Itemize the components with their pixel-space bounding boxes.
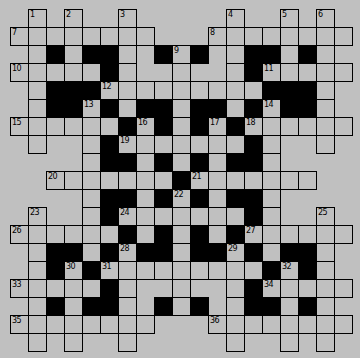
cell-r6c17[interactable] bbox=[316, 117, 335, 136]
clue-number-36: 36 bbox=[210, 316, 219, 325]
block-cell-r10c13 bbox=[244, 189, 263, 208]
cell-r12c4[interactable] bbox=[82, 225, 101, 244]
block-cell-r14c4 bbox=[82, 261, 101, 280]
clue-number-20: 20 bbox=[48, 172, 57, 181]
cell-r3c2[interactable] bbox=[46, 63, 65, 82]
cell-r4c12[interactable] bbox=[226, 81, 245, 100]
cell-r12c2[interactable] bbox=[46, 225, 65, 244]
cell-r1c11[interactable]: 8 bbox=[208, 27, 227, 46]
cell-r17c3[interactable] bbox=[64, 315, 83, 334]
block-cell-r4c14 bbox=[262, 81, 281, 100]
block-cell-r12c6 bbox=[118, 225, 137, 244]
cell-r7c7[interactable] bbox=[136, 135, 155, 154]
block-cell-r3c5 bbox=[100, 63, 119, 82]
cell-r12c14[interactable] bbox=[262, 225, 281, 244]
block-cell-r5c11 bbox=[208, 99, 227, 118]
cell-r2c15[interactable] bbox=[280, 45, 299, 64]
cell-r11c8[interactable] bbox=[154, 207, 173, 226]
cell-r5c1[interactable] bbox=[28, 99, 47, 118]
block-cell-r4c2 bbox=[46, 81, 65, 100]
cell-r4c1[interactable] bbox=[28, 81, 47, 100]
block-cell-r12c10 bbox=[190, 225, 209, 244]
block-cell-r11c5 bbox=[100, 207, 119, 226]
block-cell-r8c13 bbox=[244, 153, 263, 172]
cell-r15c3[interactable] bbox=[64, 279, 83, 298]
block-cell-r5c16 bbox=[298, 99, 317, 118]
block-cell-r4c16 bbox=[298, 81, 317, 100]
cell-r12c18[interactable] bbox=[334, 225, 353, 244]
cell-r7c17[interactable] bbox=[316, 135, 335, 154]
block-cell-r11c13 bbox=[244, 207, 263, 226]
block-cell-r5c15 bbox=[280, 99, 299, 118]
cell-r7c6[interactable]: 19 bbox=[118, 135, 137, 154]
cell-r9c7[interactable] bbox=[136, 171, 155, 190]
cell-r3c6[interactable] bbox=[118, 63, 137, 82]
block-cell-r16c14 bbox=[262, 297, 281, 316]
cell-r5c14[interactable]: 14 bbox=[262, 99, 281, 118]
block-cell-r10c5 bbox=[100, 189, 119, 208]
cell-r1c14[interactable] bbox=[262, 27, 281, 46]
block-cell-r10c12 bbox=[226, 189, 245, 208]
cell-r14c5[interactable]: 31 bbox=[100, 261, 119, 280]
block-cell-r12c12 bbox=[226, 225, 245, 244]
clue-number-12: 12 bbox=[102, 82, 111, 91]
block-cell-r16c2 bbox=[46, 297, 65, 316]
cell-r3c9[interactable] bbox=[172, 63, 191, 82]
cell-r14c10[interactable] bbox=[190, 261, 209, 280]
clue-number-33: 33 bbox=[12, 280, 21, 289]
cell-r4c10[interactable] bbox=[190, 81, 209, 100]
cell-r10c14[interactable] bbox=[262, 189, 281, 208]
block-cell-r13c3 bbox=[64, 243, 83, 262]
block-cell-r10c10 bbox=[190, 189, 209, 208]
cell-r16c3[interactable] bbox=[64, 297, 83, 316]
cell-r12c0[interactable]: 26 bbox=[10, 225, 29, 244]
cell-r8c11[interactable] bbox=[208, 153, 227, 172]
cell-r11c4[interactable] bbox=[82, 207, 101, 226]
cell-r6c2[interactable] bbox=[46, 117, 65, 136]
cell-r3c4[interactable] bbox=[82, 63, 101, 82]
cell-r11c14[interactable] bbox=[262, 207, 281, 226]
block-cell-r8c5 bbox=[100, 153, 119, 172]
cell-r0c17[interactable]: 6 bbox=[316, 9, 335, 28]
cell-r0c12[interactable]: 4 bbox=[226, 9, 245, 28]
cell-r6c13[interactable]: 18 bbox=[244, 117, 263, 136]
clue-number-8: 8 bbox=[210, 28, 215, 37]
block-cell-r6c6 bbox=[118, 117, 137, 136]
cell-r13c4[interactable] bbox=[82, 243, 101, 262]
block-cell-r7c13 bbox=[244, 135, 263, 154]
cell-r5c17[interactable] bbox=[316, 99, 335, 118]
block-cell-r5c7 bbox=[136, 99, 155, 118]
cell-r1c4[interactable] bbox=[82, 27, 101, 46]
cell-r17c5[interactable] bbox=[100, 315, 119, 334]
block-cell-r2c4 bbox=[82, 45, 101, 64]
cell-r11c10[interactable] bbox=[190, 207, 209, 226]
cell-r18c6[interactable] bbox=[118, 333, 137, 352]
block-cell-r5c10 bbox=[190, 99, 209, 118]
cell-r9c11[interactable] bbox=[208, 171, 227, 190]
cell-r1c2[interactable] bbox=[46, 27, 65, 46]
clue-number-32: 32 bbox=[282, 262, 291, 271]
cell-r3c16[interactable] bbox=[298, 63, 317, 82]
cell-r18c3[interactable] bbox=[64, 333, 83, 352]
cell-r14c11[interactable] bbox=[208, 261, 227, 280]
block-cell-r5c3 bbox=[64, 99, 83, 118]
cell-r14c6[interactable] bbox=[118, 261, 137, 280]
cell-r9c16[interactable] bbox=[298, 171, 317, 190]
clue-number-23: 23 bbox=[30, 208, 39, 217]
cell-r7c9[interactable] bbox=[172, 135, 191, 154]
cell-r5c9[interactable] bbox=[172, 99, 191, 118]
cell-r3c0[interactable]: 10 bbox=[10, 63, 29, 82]
cell-r13c9[interactable] bbox=[172, 243, 191, 262]
block-cell-r12c8 bbox=[154, 225, 173, 244]
cell-r9c14[interactable] bbox=[262, 171, 281, 190]
cell-r15c2[interactable] bbox=[46, 279, 65, 298]
cell-r11c7[interactable] bbox=[136, 207, 155, 226]
cell-r4c9[interactable] bbox=[172, 81, 191, 100]
cell-r9c15[interactable] bbox=[280, 171, 299, 190]
cell-r11c12[interactable] bbox=[226, 207, 245, 226]
cell-r17c7[interactable] bbox=[136, 315, 155, 334]
clue-number-10: 10 bbox=[12, 64, 21, 73]
cell-r5c6[interactable] bbox=[118, 99, 137, 118]
cell-r16c1[interactable] bbox=[28, 297, 47, 316]
cell-r3c15[interactable] bbox=[280, 63, 299, 82]
cell-r1c0[interactable]: 7 bbox=[10, 27, 29, 46]
cell-r15c18[interactable] bbox=[334, 279, 353, 298]
block-cell-r13c16 bbox=[298, 243, 317, 262]
cell-r7c10[interactable] bbox=[190, 135, 209, 154]
clue-number-28: 28 bbox=[120, 244, 129, 253]
cell-r18c15[interactable] bbox=[280, 333, 299, 352]
cell-r6c1[interactable] bbox=[28, 117, 47, 136]
clue-number-26: 26 bbox=[12, 226, 21, 235]
cell-r17c2[interactable] bbox=[46, 315, 65, 334]
cell-r17c11[interactable]: 36 bbox=[208, 315, 227, 334]
cell-r6c7[interactable]: 16 bbox=[136, 117, 155, 136]
cell-r14c3[interactable]: 30 bbox=[64, 261, 83, 280]
clue-number-22: 22 bbox=[174, 190, 183, 199]
cell-r12c11[interactable] bbox=[208, 225, 227, 244]
cell-r17c4[interactable] bbox=[82, 315, 101, 334]
cell-r6c9[interactable] bbox=[172, 117, 191, 136]
clue-number-13: 13 bbox=[84, 100, 93, 109]
cell-r3c1[interactable] bbox=[28, 63, 47, 82]
cell-r14c13[interactable] bbox=[244, 261, 263, 280]
cell-r2c17[interactable] bbox=[316, 45, 335, 64]
cell-r9c10[interactable]: 21 bbox=[190, 171, 209, 190]
clue-number-19: 19 bbox=[120, 136, 129, 145]
block-cell-r2c8 bbox=[154, 45, 173, 64]
block-cell-r16c13 bbox=[244, 297, 263, 316]
cell-r4c5[interactable]: 12 bbox=[100, 81, 119, 100]
cell-r4c13[interactable] bbox=[244, 81, 263, 100]
block-cell-r8c6 bbox=[118, 153, 137, 172]
cell-r8c9[interactable] bbox=[172, 153, 191, 172]
cell-r15c17[interactable] bbox=[316, 279, 335, 298]
cell-r0c3[interactable]: 2 bbox=[64, 9, 83, 28]
cell-r12c9[interactable] bbox=[172, 225, 191, 244]
block-cell-r16c4 bbox=[82, 297, 101, 316]
block-cell-r2c5 bbox=[100, 45, 119, 64]
cell-r15c1[interactable] bbox=[28, 279, 47, 298]
cell-r15c16[interactable] bbox=[298, 279, 317, 298]
cell-r2c1[interactable] bbox=[28, 45, 47, 64]
block-cell-r14c14 bbox=[262, 261, 281, 280]
cell-r3c17[interactable] bbox=[316, 63, 335, 82]
cell-r9c2[interactable]: 20 bbox=[46, 171, 65, 190]
block-cell-r6c12 bbox=[226, 117, 245, 136]
block-cell-r2c16 bbox=[298, 45, 317, 64]
clue-number-6: 6 bbox=[318, 10, 323, 19]
cell-r15c12[interactable] bbox=[226, 279, 245, 298]
cell-r6c0[interactable]: 15 bbox=[10, 117, 29, 136]
cell-r16c9[interactable] bbox=[172, 297, 191, 316]
block-cell-r10c8 bbox=[154, 189, 173, 208]
cell-r6c16[interactable] bbox=[298, 117, 317, 136]
cell-r5c12[interactable] bbox=[226, 99, 245, 118]
clue-number-27: 27 bbox=[246, 226, 255, 235]
cell-r6c4[interactable] bbox=[82, 117, 101, 136]
cell-r1c18[interactable] bbox=[334, 27, 353, 46]
block-cell-r13c13 bbox=[244, 243, 263, 262]
cell-r1c3[interactable] bbox=[64, 27, 83, 46]
cell-r17c6[interactable] bbox=[118, 315, 137, 334]
clue-number-34: 34 bbox=[264, 280, 273, 289]
cell-r6c18[interactable] bbox=[334, 117, 353, 136]
clue-number-24: 24 bbox=[120, 208, 129, 217]
block-cell-r2c14 bbox=[262, 45, 281, 64]
cell-r14c9[interactable] bbox=[172, 261, 191, 280]
cell-r17c16[interactable] bbox=[298, 315, 317, 334]
cell-r18c1[interactable] bbox=[28, 333, 47, 352]
clue-number-3: 3 bbox=[120, 10, 125, 19]
cell-r13c17[interactable] bbox=[316, 243, 335, 262]
cell-r12c15[interactable] bbox=[280, 225, 299, 244]
cell-r9c3[interactable] bbox=[64, 171, 83, 190]
cell-r18c17[interactable] bbox=[316, 333, 335, 352]
block-cell-r16c10 bbox=[190, 297, 209, 316]
block-cell-r4c3 bbox=[64, 81, 83, 100]
cell-r0c15[interactable]: 5 bbox=[280, 9, 299, 28]
cell-r3c14[interactable]: 11 bbox=[262, 63, 281, 82]
block-cell-r3c13 bbox=[244, 63, 263, 82]
cell-r10c4[interactable] bbox=[82, 189, 101, 208]
block-cell-r5c2 bbox=[46, 99, 65, 118]
block-cell-r8c12 bbox=[226, 153, 245, 172]
cell-r7c12[interactable] bbox=[226, 135, 245, 154]
cell-r13c12[interactable]: 29 bbox=[226, 243, 245, 262]
cell-r7c11[interactable] bbox=[208, 135, 227, 154]
cell-r2c6[interactable] bbox=[118, 45, 137, 64]
block-cell-r5c8 bbox=[154, 99, 173, 118]
clue-number-7: 7 bbox=[12, 28, 17, 37]
block-cell-r8c8 bbox=[154, 153, 173, 172]
cell-r17c17[interactable] bbox=[316, 315, 335, 334]
cell-r11c17[interactable]: 25 bbox=[316, 207, 335, 226]
block-cell-r2c10 bbox=[190, 45, 209, 64]
cell-r16c6[interactable] bbox=[118, 297, 137, 316]
clue-number-30: 30 bbox=[66, 262, 75, 271]
block-cell-r16c8 bbox=[154, 297, 173, 316]
cell-r16c15[interactable] bbox=[280, 297, 299, 316]
clue-number-29: 29 bbox=[228, 244, 237, 253]
cell-r3c18[interactable] bbox=[334, 63, 353, 82]
cell-r12c16[interactable] bbox=[298, 225, 317, 244]
block-cell-r13c15 bbox=[280, 243, 299, 262]
cell-r13c14[interactable] bbox=[262, 243, 281, 262]
cell-r14c8[interactable] bbox=[154, 261, 173, 280]
cell-r1c6[interactable] bbox=[118, 27, 137, 46]
cell-r1c13[interactable] bbox=[244, 27, 263, 46]
cell-r1c7[interactable] bbox=[136, 27, 155, 46]
block-cell-r13c5 bbox=[100, 243, 119, 262]
clue-number-1: 1 bbox=[30, 10, 35, 19]
cell-r6c11[interactable]: 17 bbox=[208, 117, 227, 136]
block-cell-r14c2 bbox=[46, 261, 65, 280]
cell-r7c8[interactable] bbox=[154, 135, 173, 154]
clue-number-14: 14 bbox=[264, 100, 273, 109]
crossword-board: 1234567891011121314151617181920212223242… bbox=[0, 0, 360, 358]
cell-r10c7[interactable] bbox=[136, 189, 155, 208]
cell-r14c12[interactable] bbox=[226, 261, 245, 280]
block-cell-r14c16 bbox=[298, 261, 317, 280]
cell-r11c1[interactable]: 23 bbox=[28, 207, 47, 226]
cell-r11c11[interactable] bbox=[208, 207, 227, 226]
cell-r1c15[interactable] bbox=[280, 27, 299, 46]
cell-r17c14[interactable] bbox=[262, 315, 281, 334]
cell-r16c12[interactable] bbox=[226, 297, 245, 316]
block-cell-r9c9 bbox=[172, 171, 191, 190]
cell-r1c1[interactable] bbox=[28, 27, 47, 46]
cell-r17c13[interactable] bbox=[244, 315, 263, 334]
cell-r4c7[interactable] bbox=[136, 81, 155, 100]
block-cell-r4c15 bbox=[280, 81, 299, 100]
cell-r4c8[interactable] bbox=[154, 81, 173, 100]
cell-r6c3[interactable] bbox=[64, 117, 83, 136]
cell-r3c3[interactable] bbox=[64, 63, 83, 82]
block-cell-r4c4 bbox=[82, 81, 101, 100]
cell-r3c12[interactable] bbox=[226, 63, 245, 82]
block-cell-r13c8 bbox=[154, 243, 173, 262]
cell-r18c12[interactable] bbox=[226, 333, 245, 352]
cell-r0c6[interactable]: 3 bbox=[118, 9, 137, 28]
cell-r10c9[interactable]: 22 bbox=[172, 189, 191, 208]
cell-r17c15[interactable] bbox=[280, 315, 299, 334]
clue-number-17: 17 bbox=[210, 118, 219, 127]
cell-r7c14[interactable] bbox=[262, 135, 281, 154]
cell-r13c6[interactable]: 28 bbox=[118, 243, 137, 262]
cell-r12c3[interactable] bbox=[64, 225, 83, 244]
clue-number-25: 25 bbox=[318, 208, 327, 217]
block-cell-r13c2 bbox=[46, 243, 65, 262]
cell-r14c1[interactable] bbox=[28, 261, 47, 280]
cell-r6c5[interactable] bbox=[100, 117, 119, 136]
cell-r0c1[interactable]: 1 bbox=[28, 9, 47, 28]
cell-r15c14[interactable]: 34 bbox=[262, 279, 281, 298]
cell-r5c4[interactable]: 13 bbox=[82, 99, 101, 118]
cell-r17c1[interactable] bbox=[28, 315, 47, 334]
clue-number-16: 16 bbox=[138, 118, 147, 127]
cell-r11c9[interactable] bbox=[172, 207, 191, 226]
cell-r4c6[interactable] bbox=[118, 81, 137, 100]
cell-r1c5[interactable] bbox=[100, 27, 119, 46]
clue-number-21: 21 bbox=[192, 172, 201, 181]
cell-r9c8[interactable] bbox=[154, 171, 173, 190]
cell-r9c13[interactable] bbox=[244, 171, 263, 190]
cell-r2c3[interactable] bbox=[64, 45, 83, 64]
cell-r9c4[interactable] bbox=[82, 171, 101, 190]
cell-r1c16[interactable] bbox=[298, 27, 317, 46]
cell-r14c7[interactable] bbox=[136, 261, 155, 280]
cell-r12c13[interactable]: 27 bbox=[244, 225, 263, 244]
cell-r13c1[interactable] bbox=[28, 243, 47, 262]
cell-r4c17[interactable] bbox=[316, 81, 335, 100]
clue-number-2: 2 bbox=[66, 10, 71, 19]
block-cell-r16c16 bbox=[298, 297, 317, 316]
cell-r6c15[interactable] bbox=[280, 117, 299, 136]
clue-number-9: 9 bbox=[174, 46, 179, 55]
clue-number-4: 4 bbox=[228, 10, 233, 19]
cell-r4c11[interactable] bbox=[208, 81, 227, 100]
cell-r9c5[interactable] bbox=[100, 171, 119, 190]
clue-number-15: 15 bbox=[12, 118, 21, 127]
cell-r6c14[interactable] bbox=[262, 117, 281, 136]
cell-r17c0[interactable]: 35 bbox=[10, 315, 29, 334]
cell-r12c7[interactable] bbox=[136, 225, 155, 244]
cell-r8c7[interactable] bbox=[136, 153, 155, 172]
cell-r15c9[interactable] bbox=[172, 279, 191, 298]
block-cell-r2c2 bbox=[46, 45, 65, 64]
cell-r2c12[interactable] bbox=[226, 45, 245, 64]
cell-r15c6[interactable] bbox=[118, 279, 137, 298]
cell-r15c4[interactable] bbox=[82, 279, 101, 298]
block-cell-r2c13 bbox=[244, 45, 263, 64]
block-cell-r13c11 bbox=[208, 243, 227, 262]
cell-r11c6[interactable]: 24 bbox=[118, 207, 137, 226]
block-cell-r16c5 bbox=[100, 297, 119, 316]
cell-r14c17[interactable] bbox=[316, 261, 335, 280]
cell-r17c18[interactable] bbox=[334, 315, 353, 334]
clue-number-31: 31 bbox=[102, 262, 111, 271]
cell-r15c0[interactable]: 33 bbox=[10, 279, 29, 298]
cell-r1c17[interactable] bbox=[316, 27, 335, 46]
cell-r16c17[interactable] bbox=[316, 297, 335, 316]
cell-r12c1[interactable] bbox=[28, 225, 47, 244]
cell-r8c4[interactable] bbox=[82, 153, 101, 172]
cell-r7c4[interactable] bbox=[82, 135, 101, 154]
cell-r15c15[interactable] bbox=[280, 279, 299, 298]
cell-r1c12[interactable] bbox=[226, 27, 245, 46]
cell-r8c14[interactable] bbox=[262, 153, 281, 172]
cell-r9c12[interactable] bbox=[226, 171, 245, 190]
crossword-screen: 1234567891011121314151617181920212223242… bbox=[0, 0, 360, 358]
block-cell-r15c5 bbox=[100, 279, 119, 298]
cell-r12c5[interactable] bbox=[100, 225, 119, 244]
cell-r7c1[interactable] bbox=[28, 135, 47, 154]
block-cell-r13c7 bbox=[136, 243, 155, 262]
cell-r9c6[interactable] bbox=[118, 171, 137, 190]
cell-r10c11[interactable] bbox=[208, 189, 227, 208]
cell-r12c17[interactable] bbox=[316, 225, 335, 244]
cell-r17c12[interactable] bbox=[226, 315, 245, 334]
cell-r2c9[interactable]: 9 bbox=[172, 45, 191, 64]
cell-r14c15[interactable]: 32 bbox=[280, 261, 299, 280]
block-cell-r13c10 bbox=[190, 243, 209, 262]
block-cell-r6c10 bbox=[190, 117, 209, 136]
